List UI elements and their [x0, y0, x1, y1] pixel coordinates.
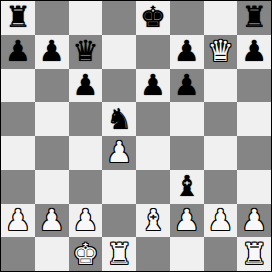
square-e5[interactable]	[136, 102, 170, 136]
black-rook: ♜	[5, 3, 31, 32]
square-a1[interactable]	[1, 237, 35, 271]
white-pawn: ♟	[241, 206, 267, 235]
square-e3[interactable]	[136, 170, 170, 204]
black-queen: ♛	[72, 37, 98, 66]
square-e6[interactable]: ♟	[136, 69, 170, 103]
square-h3[interactable]	[237, 170, 271, 204]
square-f6[interactable]: ♟	[170, 69, 204, 103]
square-d7[interactable]	[102, 35, 136, 69]
square-g2[interactable]: ♟	[204, 204, 238, 238]
white-king: ♚	[72, 240, 98, 269]
black-bishop: ♝	[174, 172, 200, 201]
square-d6[interactable]	[102, 69, 136, 103]
chess-board: ♜♚♜♟♟♛♟♛♟♟♟♟♞♟♝♟♟♟♝♟♟♟♚♜♜	[0, 0, 272, 272]
square-c6[interactable]: ♟	[69, 69, 103, 103]
square-a4[interactable]	[1, 136, 35, 170]
square-b5[interactable]	[35, 102, 69, 136]
white-pawn: ♟	[39, 206, 65, 235]
square-e7[interactable]	[136, 35, 170, 69]
square-e8[interactable]: ♚	[136, 1, 170, 35]
square-c3[interactable]	[69, 170, 103, 204]
black-pawn: ♟	[241, 37, 267, 66]
square-b8[interactable]	[35, 1, 69, 35]
square-g4[interactable]	[204, 136, 238, 170]
square-h4[interactable]	[237, 136, 271, 170]
square-a7[interactable]: ♟	[1, 35, 35, 69]
square-a2[interactable]: ♟	[1, 204, 35, 238]
square-b7[interactable]: ♟	[35, 35, 69, 69]
black-pawn: ♟	[140, 71, 166, 100]
black-king: ♚	[140, 3, 166, 32]
square-c7[interactable]: ♛	[69, 35, 103, 69]
square-f2[interactable]: ♟	[170, 204, 204, 238]
white-rook: ♜	[241, 240, 267, 269]
square-a8[interactable]: ♜	[1, 1, 35, 35]
square-c2[interactable]: ♟	[69, 204, 103, 238]
square-b1[interactable]	[35, 237, 69, 271]
white-pawn: ♟	[207, 206, 233, 235]
square-b3[interactable]	[35, 170, 69, 204]
white-pawn: ♟	[5, 206, 31, 235]
square-d8[interactable]	[102, 1, 136, 35]
square-b2[interactable]: ♟	[35, 204, 69, 238]
square-g6[interactable]	[204, 69, 238, 103]
square-h1[interactable]: ♜	[237, 237, 271, 271]
square-f8[interactable]	[170, 1, 204, 35]
square-h6[interactable]	[237, 69, 271, 103]
square-f1[interactable]	[170, 237, 204, 271]
square-f3[interactable]: ♝	[170, 170, 204, 204]
square-d5[interactable]: ♞	[102, 102, 136, 136]
square-f5[interactable]	[170, 102, 204, 136]
black-pawn: ♟	[5, 37, 31, 66]
black-rook: ♜	[241, 3, 267, 32]
square-f4[interactable]	[170, 136, 204, 170]
square-d3[interactable]	[102, 170, 136, 204]
square-c1[interactable]: ♚	[69, 237, 103, 271]
black-pawn: ♟	[39, 37, 65, 66]
square-g5[interactable]	[204, 102, 238, 136]
square-c8[interactable]	[69, 1, 103, 35]
square-h2[interactable]: ♟	[237, 204, 271, 238]
square-h7[interactable]: ♟	[237, 35, 271, 69]
square-d1[interactable]: ♜	[102, 237, 136, 271]
white-rook: ♜	[106, 240, 132, 269]
square-g7[interactable]: ♛	[204, 35, 238, 69]
white-pawn: ♟	[106, 138, 132, 167]
square-h5[interactable]	[237, 102, 271, 136]
square-a3[interactable]	[1, 170, 35, 204]
white-pawn: ♟	[174, 206, 200, 235]
black-pawn: ♟	[174, 71, 200, 100]
square-g8[interactable]	[204, 1, 238, 35]
square-e2[interactable]: ♝	[136, 204, 170, 238]
square-d4[interactable]: ♟	[102, 136, 136, 170]
square-a6[interactable]	[1, 69, 35, 103]
white-bishop: ♝	[140, 206, 166, 235]
black-pawn: ♟	[174, 37, 200, 66]
square-g3[interactable]	[204, 170, 238, 204]
square-g1[interactable]	[204, 237, 238, 271]
square-e1[interactable]	[136, 237, 170, 271]
white-queen: ♛	[207, 37, 233, 66]
square-a5[interactable]	[1, 102, 35, 136]
square-b6[interactable]	[35, 69, 69, 103]
square-c5[interactable]	[69, 102, 103, 136]
white-pawn: ♟	[72, 206, 98, 235]
square-c4[interactable]	[69, 136, 103, 170]
square-h8[interactable]: ♜	[237, 1, 271, 35]
black-knight: ♞	[106, 105, 132, 134]
square-e4[interactable]	[136, 136, 170, 170]
black-pawn: ♟	[72, 71, 98, 100]
square-d2[interactable]	[102, 204, 136, 238]
square-b4[interactable]	[35, 136, 69, 170]
square-f7[interactable]: ♟	[170, 35, 204, 69]
